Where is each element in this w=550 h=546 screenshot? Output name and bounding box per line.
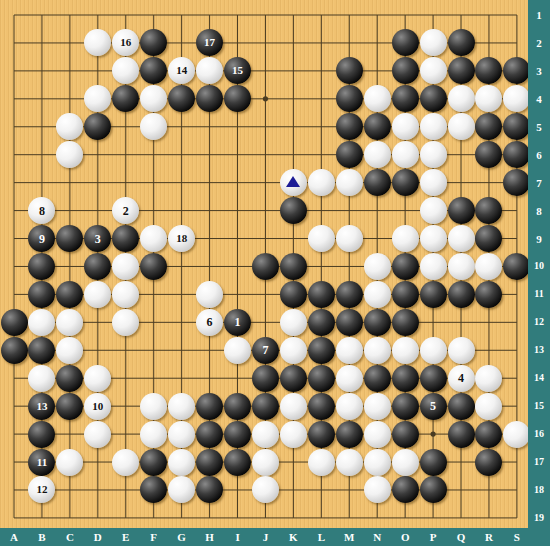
stone-I17 [224, 449, 251, 476]
move-number: 10 [92, 401, 103, 412]
stone-F18 [140, 476, 167, 503]
row-label-19: 19 [534, 513, 544, 523]
stone-P18 [420, 476, 447, 503]
stone-A13 [1, 337, 28, 364]
stone-E2: 16 [112, 29, 139, 56]
stone-M3 [336, 57, 363, 84]
stone-I4 [224, 85, 251, 112]
stone-R5 [475, 113, 502, 140]
stone-R9 [475, 225, 502, 252]
stone-Q9 [448, 225, 475, 252]
column-label-L: L [318, 532, 325, 543]
stone-O10 [392, 253, 419, 280]
stone-L17 [308, 449, 335, 476]
row-label-8: 8 [536, 205, 542, 216]
stone-C15 [56, 393, 83, 420]
stone-J14 [252, 365, 279, 392]
stone-Q10 [448, 253, 475, 280]
move-number: 9 [39, 233, 45, 245]
stone-R3 [475, 57, 502, 84]
stone-C12 [56, 309, 83, 336]
stone-M17 [336, 449, 363, 476]
stone-M7 [336, 169, 363, 196]
stone-B9: 9 [28, 225, 55, 252]
stone-J13: 7 [252, 337, 279, 364]
column-coordinates-strip: ABCDEFGHIJKLMNOPQRS [0, 528, 550, 546]
stone-S3 [503, 57, 530, 84]
stone-B18: 12 [28, 476, 55, 503]
row-coordinates-strip: 12345678910111213141516171819 [528, 0, 550, 546]
stone-N7 [364, 169, 391, 196]
stone-N10 [364, 253, 391, 280]
stone-Q3 [448, 57, 475, 84]
move-number: 3 [95, 233, 101, 245]
move-number: 1 [235, 316, 241, 328]
row-label-3: 3 [536, 65, 542, 76]
move-number: 12 [36, 484, 47, 495]
stone-S6 [503, 141, 530, 168]
stone-G17 [168, 449, 195, 476]
stone-P7 [420, 169, 447, 196]
stone-P8 [420, 197, 447, 224]
stone-S10 [503, 253, 530, 280]
stone-D5 [84, 113, 111, 140]
stone-N12 [364, 309, 391, 336]
stone-O18 [392, 476, 419, 503]
stone-B13 [28, 337, 55, 364]
stone-B14 [28, 365, 55, 392]
stone-P3 [420, 57, 447, 84]
stone-L15 [308, 393, 335, 420]
stone-I12: 1 [224, 309, 251, 336]
stone-N14 [364, 365, 391, 392]
column-label-J: J [263, 532, 269, 543]
stone-J18 [252, 476, 279, 503]
stone-M16 [336, 421, 363, 448]
stone-D11 [84, 281, 111, 308]
stone-M4 [336, 85, 363, 112]
stone-I13 [224, 337, 251, 364]
stone-N16 [364, 421, 391, 448]
stone-O15 [392, 393, 419, 420]
stone-J15 [252, 393, 279, 420]
stone-J10 [252, 253, 279, 280]
row-label-18: 18 [534, 485, 544, 495]
stone-G16 [168, 421, 195, 448]
stone-R17 [475, 449, 502, 476]
stone-D9: 3 [84, 225, 111, 252]
stone-Q8 [448, 197, 475, 224]
stone-H11 [196, 281, 223, 308]
move-number: 14 [176, 65, 187, 76]
column-label-N: N [373, 532, 381, 543]
stone-Q14: 4 [448, 365, 475, 392]
stone-P13 [420, 337, 447, 364]
stone-C14 [56, 365, 83, 392]
stone-B12 [28, 309, 55, 336]
move-number: 17 [204, 37, 215, 48]
stone-O13 [392, 337, 419, 364]
column-label-H: H [205, 532, 214, 543]
column-label-K: K [289, 532, 298, 543]
stone-N18 [364, 476, 391, 503]
stone-L11 [308, 281, 335, 308]
stone-D16 [84, 421, 111, 448]
stone-O9 [392, 225, 419, 252]
stone-E3 [112, 57, 139, 84]
stone-C9 [56, 225, 83, 252]
stone-N5 [364, 113, 391, 140]
stone-N6 [364, 141, 391, 168]
stone-S16 [503, 421, 530, 448]
row-label-14: 14 [534, 373, 544, 383]
stone-C5 [56, 113, 83, 140]
stone-N15 [364, 393, 391, 420]
stone-G18 [168, 476, 195, 503]
stone-M14 [336, 365, 363, 392]
stone-H4 [196, 85, 223, 112]
stone-B11 [28, 281, 55, 308]
row-label-9: 9 [536, 233, 542, 244]
go-game-screenshot: 161714158293186174131051112 ABCDEFGHIJKL… [0, 0, 550, 546]
stone-K8 [280, 197, 307, 224]
stone-E12 [112, 309, 139, 336]
stone-G3: 14 [168, 57, 195, 84]
stone-F10 [140, 253, 167, 280]
stone-D15: 10 [84, 393, 111, 420]
stone-M15 [336, 393, 363, 420]
stone-O14 [392, 365, 419, 392]
stone-K11 [280, 281, 307, 308]
stone-L13 [308, 337, 335, 364]
stone-E10 [112, 253, 139, 280]
move-number: 15 [232, 65, 243, 76]
row-label-6: 6 [536, 149, 542, 160]
stone-R16 [475, 421, 502, 448]
stone-O16 [392, 421, 419, 448]
move-number: 18 [176, 233, 187, 244]
row-label-17: 17 [534, 457, 544, 467]
row-label-7: 7 [536, 177, 542, 188]
stone-C6 [56, 141, 83, 168]
row-label-2: 2 [536, 37, 542, 48]
stone-K13 [280, 337, 307, 364]
row-label-11: 11 [534, 289, 543, 299]
stone-F16 [140, 421, 167, 448]
stone-P17 [420, 449, 447, 476]
stone-P9 [420, 225, 447, 252]
stone-O12 [392, 309, 419, 336]
row-label-4: 4 [536, 93, 542, 104]
stone-R10 [475, 253, 502, 280]
stone-K16 [280, 421, 307, 448]
stone-D4 [84, 85, 111, 112]
row-label-1: 1 [536, 10, 542, 21]
stone-D10 [84, 253, 111, 280]
stone-B8: 8 [28, 197, 55, 224]
stone-F17 [140, 449, 167, 476]
row-label-16: 16 [534, 429, 544, 439]
stone-F15 [140, 393, 167, 420]
stone-I16 [224, 421, 251, 448]
stone-F3 [140, 57, 167, 84]
stone-E17 [112, 449, 139, 476]
stone-M12 [336, 309, 363, 336]
stone-L16 [308, 421, 335, 448]
stone-P4 [420, 85, 447, 112]
stone-S4 [503, 85, 530, 112]
stone-J17 [252, 449, 279, 476]
row-label-10: 10 [534, 261, 544, 271]
column-label-G: G [177, 532, 186, 543]
stone-B16 [28, 421, 55, 448]
stone-F2 [140, 29, 167, 56]
triangle-marker [286, 176, 300, 187]
stone-H2: 17 [196, 29, 223, 56]
stone-Q2 [448, 29, 475, 56]
stone-Q11 [448, 281, 475, 308]
move-number: 5 [430, 400, 436, 412]
column-label-O: O [401, 532, 410, 543]
stone-R15 [475, 393, 502, 420]
stone-P10 [420, 253, 447, 280]
move-number: 6 [207, 316, 213, 328]
stone-L7 [308, 169, 335, 196]
column-label-D: D [94, 532, 102, 543]
row-label-5: 5 [536, 121, 542, 132]
stone-S7 [503, 169, 530, 196]
stone-H16 [196, 421, 223, 448]
stone-F9 [140, 225, 167, 252]
stone-L12 [308, 309, 335, 336]
stone-N4 [364, 85, 391, 112]
stone-A12 [1, 309, 28, 336]
stone-O11 [392, 281, 419, 308]
stone-K15 [280, 393, 307, 420]
move-number: 11 [37, 457, 47, 468]
move-number: 7 [262, 344, 268, 356]
move-number: 2 [123, 205, 129, 217]
column-label-R: R [485, 532, 493, 543]
stone-H12: 6 [196, 309, 223, 336]
column-label-E: E [122, 532, 129, 543]
column-label-S: S [514, 532, 520, 543]
stone-R8 [475, 197, 502, 224]
stone-D2 [84, 29, 111, 56]
stone-Q4 [448, 85, 475, 112]
stone-Q15 [448, 393, 475, 420]
column-label-B: B [38, 532, 45, 543]
stone-M13 [336, 337, 363, 364]
stone-P5 [420, 113, 447, 140]
move-number: 8 [39, 205, 45, 217]
row-label-12: 12 [534, 317, 544, 327]
move-number: 13 [36, 401, 47, 412]
stone-Q13 [448, 337, 475, 364]
stone-K12 [280, 309, 307, 336]
stone-D14 [84, 365, 111, 392]
stone-R11 [475, 281, 502, 308]
stone-P11 [420, 281, 447, 308]
stone-O6 [392, 141, 419, 168]
stone-N13 [364, 337, 391, 364]
stone-K10 [280, 253, 307, 280]
stone-G15 [168, 393, 195, 420]
stone-P15: 5 [420, 393, 447, 420]
stone-N11 [364, 281, 391, 308]
stone-P6 [420, 141, 447, 168]
stone-M11 [336, 281, 363, 308]
stone-O2 [392, 29, 419, 56]
stone-B15: 13 [28, 393, 55, 420]
stone-E11 [112, 281, 139, 308]
stone-J16 [252, 421, 279, 448]
stone-F4 [140, 85, 167, 112]
column-label-Q: Q [457, 532, 466, 543]
column-label-M: M [344, 532, 354, 543]
stone-Q16 [448, 421, 475, 448]
stone-P14 [420, 365, 447, 392]
go-board[interactable]: 161714158293186174131051112 [0, 0, 528, 528]
stone-Q5 [448, 113, 475, 140]
stone-F5 [140, 113, 167, 140]
stone-L9 [308, 225, 335, 252]
stone-O4 [392, 85, 419, 112]
stone-M5 [336, 113, 363, 140]
stone-R14 [475, 365, 502, 392]
stone-E4 [112, 85, 139, 112]
stone-H3 [196, 57, 223, 84]
stone-L14 [308, 365, 335, 392]
stone-O5 [392, 113, 419, 140]
stone-S5 [503, 113, 530, 140]
stone-G9: 18 [168, 225, 195, 252]
row-label-15: 15 [534, 401, 544, 411]
stone-P2 [420, 29, 447, 56]
stone-H18 [196, 476, 223, 503]
stone-I15 [224, 393, 251, 420]
stone-C17 [56, 449, 83, 476]
stone-E9 [112, 225, 139, 252]
stone-O7 [392, 169, 419, 196]
stone-K14 [280, 365, 307, 392]
stone-O17 [392, 449, 419, 476]
column-label-C: C [66, 532, 74, 543]
stone-C11 [56, 281, 83, 308]
stone-I3: 15 [224, 57, 251, 84]
stone-H17 [196, 449, 223, 476]
stone-R4 [475, 85, 502, 112]
stone-M9 [336, 225, 363, 252]
stone-O3 [392, 57, 419, 84]
row-label-13: 13 [534, 345, 544, 355]
move-number: 16 [120, 37, 131, 48]
stone-G4 [168, 85, 195, 112]
stone-H15 [196, 393, 223, 420]
stone-N17 [364, 449, 391, 476]
column-label-I: I [235, 532, 239, 543]
stone-B10 [28, 253, 55, 280]
column-label-A: A [10, 532, 18, 543]
column-label-F: F [150, 532, 157, 543]
stone-E8: 2 [112, 197, 139, 224]
stone-C13 [56, 337, 83, 364]
move-number: 4 [458, 372, 464, 384]
stone-B17: 11 [28, 449, 55, 476]
stone-M6 [336, 141, 363, 168]
column-label-P: P [430, 532, 437, 543]
stone-R6 [475, 141, 502, 168]
